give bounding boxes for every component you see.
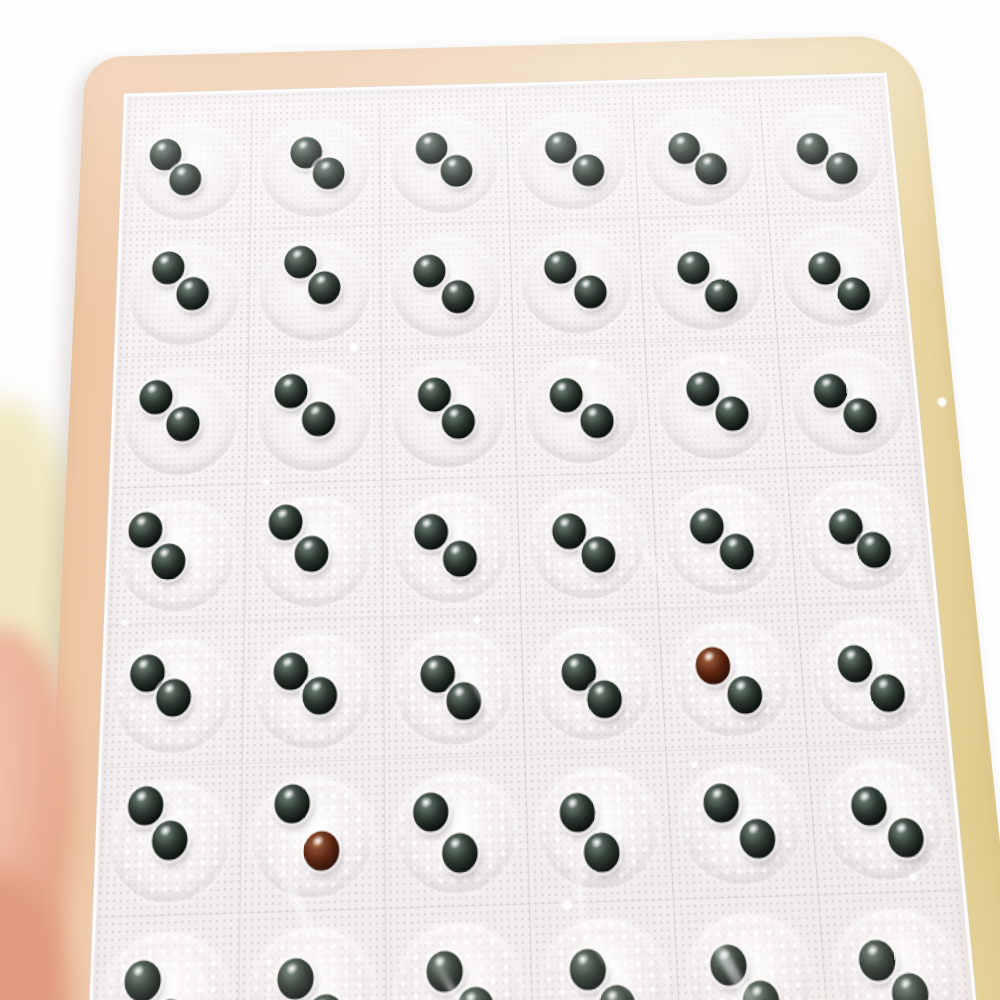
blister-pocket xyxy=(536,767,661,891)
blister-cell xyxy=(96,764,243,918)
blister-pocket xyxy=(678,762,806,886)
blister-cell xyxy=(248,350,383,484)
blister-cell xyxy=(385,755,531,909)
blister-sheet xyxy=(72,73,1000,1000)
blister-cell xyxy=(507,99,640,222)
blister-cell xyxy=(514,343,653,477)
blister-grid xyxy=(90,92,977,1000)
blister-cell xyxy=(639,214,777,342)
blister-cell xyxy=(243,617,384,764)
blister-pocket xyxy=(656,352,775,460)
blister-cell xyxy=(667,747,819,900)
blister-cell xyxy=(239,909,387,1000)
blister-pocket xyxy=(516,111,628,210)
blister-cell xyxy=(633,95,768,218)
blister-pocket xyxy=(649,227,766,330)
blister-cell xyxy=(241,760,386,914)
blister-cell xyxy=(250,225,382,354)
blister-pocket xyxy=(819,758,949,881)
blister-cell xyxy=(522,609,667,756)
blister-cell xyxy=(383,477,522,617)
blister-cell xyxy=(818,891,977,1000)
blister-cell xyxy=(530,900,682,1000)
blister-cell xyxy=(384,613,526,760)
blister-cell xyxy=(122,109,253,233)
blister-cell xyxy=(251,105,380,228)
blister-pocket xyxy=(102,930,229,1000)
blister-cell xyxy=(526,751,675,904)
blister-pocket xyxy=(809,615,936,733)
blister-cell xyxy=(518,473,660,613)
blister-cell xyxy=(112,354,249,489)
blister-cell xyxy=(90,914,241,1000)
blister-cell xyxy=(386,905,535,1000)
blister-cell xyxy=(659,605,807,751)
blister-pocket xyxy=(250,925,375,1000)
blister-tray xyxy=(20,35,1000,1000)
blister-cell xyxy=(380,102,510,225)
blister-cell xyxy=(102,621,246,768)
blister-cell xyxy=(777,335,921,469)
blister-cell xyxy=(382,347,518,481)
blister-pocket xyxy=(541,916,670,1000)
blister-cell xyxy=(787,465,934,605)
blister-cell xyxy=(107,485,247,626)
photo-stage xyxy=(0,0,1000,1000)
blister-pocket xyxy=(670,619,795,737)
blister-cell xyxy=(245,481,383,622)
blister-cell xyxy=(646,339,787,473)
blister-cell xyxy=(797,601,948,747)
blister-cell xyxy=(117,229,251,358)
blister-cell xyxy=(759,92,897,215)
blister-cell xyxy=(768,211,909,339)
blister-cell xyxy=(381,222,514,351)
blister-cell xyxy=(652,469,797,609)
blister-cell xyxy=(674,896,830,1000)
blister-cell xyxy=(807,743,962,896)
blister-cell xyxy=(510,218,646,346)
